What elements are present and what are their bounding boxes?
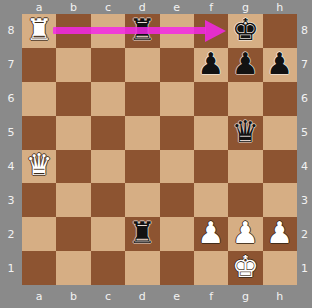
file-label-c: c (91, 0, 125, 14)
square-h6[interactable] (263, 82, 297, 116)
file-label-g: g (228, 285, 262, 308)
file-label-h: h (263, 285, 297, 308)
black-king[interactable]: ♚ (232, 15, 259, 45)
square-a6[interactable] (22, 82, 56, 116)
rank-label-8: 8 (297, 14, 312, 48)
file-labels-bottom: abcdefgh (22, 285, 297, 308)
square-g1[interactable]: ♚ (228, 251, 262, 285)
rank-label-3: 3 (297, 183, 312, 217)
square-b1[interactable] (56, 251, 90, 285)
square-e4[interactable] (160, 150, 194, 184)
square-h2[interactable]: ♟ (263, 217, 297, 251)
square-h1[interactable] (263, 251, 297, 285)
square-e5[interactable] (160, 116, 194, 150)
file-label-b: b (56, 285, 90, 308)
square-g7[interactable]: ♟ (228, 48, 262, 82)
rank-label-7: 7 (0, 48, 22, 82)
file-label-e: e (160, 0, 194, 14)
square-d1[interactable] (125, 251, 159, 285)
rank-label-6: 6 (297, 82, 312, 116)
square-g4[interactable] (228, 150, 262, 184)
square-b5[interactable] (56, 116, 90, 150)
white-queen[interactable]: ♛ (26, 150, 53, 180)
white-king[interactable]: ♚ (232, 252, 259, 282)
square-f7[interactable]: ♟ (194, 48, 228, 82)
rank-label-1: 1 (297, 251, 312, 285)
square-e7[interactable] (160, 48, 194, 82)
square-a2[interactable] (22, 217, 56, 251)
rank-label-7: 7 (297, 48, 312, 82)
square-b7[interactable] (56, 48, 90, 82)
square-d3[interactable] (125, 183, 159, 217)
square-h7[interactable]: ♟ (263, 48, 297, 82)
square-a8[interactable]: ♜ (22, 14, 56, 48)
chess-board: ♜♜♚♟♟♟♛♛♜♟♟♟♚ (22, 14, 297, 285)
square-f2[interactable]: ♟ (194, 217, 228, 251)
black-pawn[interactable]: ♟ (198, 49, 225, 79)
square-c2[interactable] (91, 217, 125, 251)
square-d5[interactable] (125, 116, 159, 150)
square-h5[interactable] (263, 116, 297, 150)
square-e2[interactable] (160, 217, 194, 251)
rank-labels-left: 87654321 (0, 14, 22, 285)
black-rook[interactable]: ♜ (129, 218, 156, 248)
square-d7[interactable] (125, 48, 159, 82)
rank-label-2: 2 (0, 217, 22, 251)
square-b6[interactable] (56, 82, 90, 116)
annotation-arrow-head (205, 20, 226, 42)
black-queen[interactable]: ♛ (232, 117, 259, 147)
square-g3[interactable] (228, 183, 262, 217)
square-e3[interactable] (160, 183, 194, 217)
white-pawn[interactable]: ♟ (198, 218, 225, 248)
square-a1[interactable] (22, 251, 56, 285)
square-g8[interactable]: ♚ (228, 14, 262, 48)
square-g6[interactable] (228, 82, 262, 116)
annotation-arrow-line (53, 27, 206, 34)
rank-label-5: 5 (0, 116, 22, 150)
rank-labels-right: 87654321 (297, 14, 312, 285)
black-pawn[interactable]: ♟ (232, 49, 259, 79)
file-label-c: c (91, 285, 125, 308)
square-f4[interactable] (194, 150, 228, 184)
square-d2[interactable]: ♜ (125, 217, 159, 251)
file-label-b: b (56, 0, 90, 14)
file-label-d: d (125, 285, 159, 308)
square-b2[interactable] (56, 217, 90, 251)
square-h8[interactable] (263, 14, 297, 48)
rank-label-8: 8 (0, 14, 22, 48)
white-pawn[interactable]: ♟ (232, 218, 259, 248)
square-a4[interactable]: ♛ (22, 150, 56, 184)
rank-label-1: 1 (0, 251, 22, 285)
white-pawn[interactable]: ♟ (266, 218, 293, 248)
square-h4[interactable] (263, 150, 297, 184)
file-label-e: e (160, 285, 194, 308)
square-b4[interactable] (56, 150, 90, 184)
square-e6[interactable] (160, 82, 194, 116)
square-f6[interactable] (194, 82, 228, 116)
rank-label-2: 2 (297, 217, 312, 251)
square-f5[interactable] (194, 116, 228, 150)
square-c4[interactable] (91, 150, 125, 184)
file-label-f: f (194, 0, 228, 14)
square-a3[interactable] (22, 183, 56, 217)
white-rook[interactable]: ♜ (26, 15, 53, 45)
rank-label-5: 5 (297, 116, 312, 150)
square-c3[interactable] (91, 183, 125, 217)
square-c1[interactable] (91, 251, 125, 285)
square-f1[interactable] (194, 251, 228, 285)
square-c6[interactable] (91, 82, 125, 116)
square-d4[interactable] (125, 150, 159, 184)
square-a5[interactable] (22, 116, 56, 150)
square-c7[interactable] (91, 48, 125, 82)
file-label-h: h (263, 0, 297, 14)
square-a7[interactable] (22, 48, 56, 82)
square-g2[interactable]: ♟ (228, 217, 262, 251)
square-e1[interactable] (160, 251, 194, 285)
square-h3[interactable] (263, 183, 297, 217)
square-d6[interactable] (125, 82, 159, 116)
rank-label-6: 6 (0, 82, 22, 116)
chess-board-frame: abcdefgh abcdefgh 87654321 87654321 ♜♜♚♟… (0, 0, 312, 308)
square-f3[interactable] (194, 183, 228, 217)
square-g5[interactable]: ♛ (228, 116, 262, 150)
file-label-a: a (22, 285, 56, 308)
square-b3[interactable] (56, 183, 90, 217)
rank-label-4: 4 (297, 150, 312, 184)
file-label-f: f (194, 285, 228, 308)
square-c5[interactable] (91, 116, 125, 150)
black-pawn[interactable]: ♟ (266, 49, 293, 79)
rank-label-4: 4 (0, 150, 22, 184)
rank-label-3: 3 (0, 183, 22, 217)
